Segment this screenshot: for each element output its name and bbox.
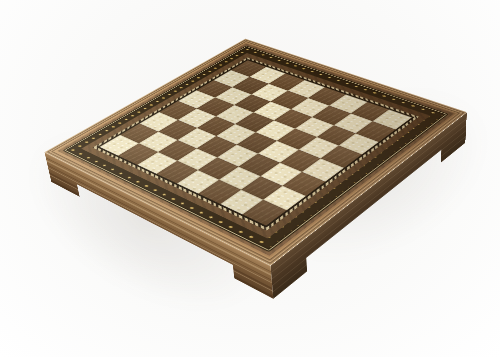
perspective-container <box>0 0 500 357</box>
photo-background <box>0 0 500 357</box>
square-r7c7 <box>241 176 284 200</box>
square-r7c6 <box>219 166 261 189</box>
square-r6c7 <box>261 162 303 185</box>
square-r3c7 <box>316 125 356 146</box>
square-r6c6 <box>239 153 280 175</box>
chess-board <box>45 39 467 266</box>
board-tilt-wrapper <box>0 0 500 357</box>
